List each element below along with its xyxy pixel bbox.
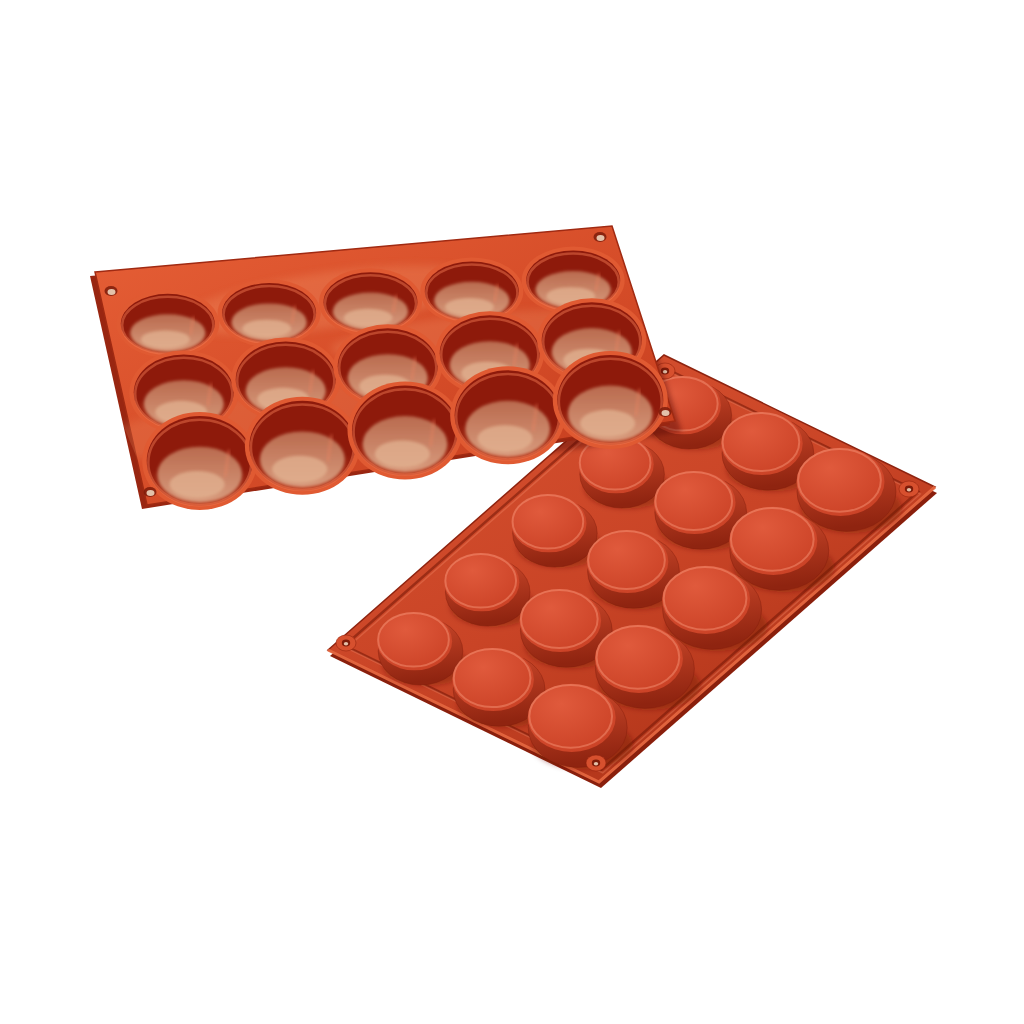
cavity-floor-glow — [375, 440, 430, 467]
hole-center — [147, 490, 155, 496]
tart-cavity-r0-c1 — [218, 279, 321, 347]
tart-cavity-r2-c3 — [450, 366, 565, 464]
hole-center — [108, 289, 116, 295]
tart-cavity-r0-c2 — [319, 268, 422, 336]
tart-cavity-r2-c1 — [245, 397, 360, 495]
hole-center — [594, 762, 598, 766]
cavity-floor-glow — [141, 330, 190, 348]
tart-cavity-r0-c0 — [116, 290, 219, 358]
tart-cavity-r2-c0 — [142, 412, 257, 510]
cavity-floor-glow — [272, 456, 327, 483]
corner-hole — [336, 635, 356, 651]
cavity-floor-glow — [170, 471, 225, 498]
molds-photo-svg — [0, 0, 1024, 1024]
cavity-floor-glow — [580, 410, 635, 437]
hole-center — [597, 235, 605, 241]
product-photo — [0, 0, 1024, 1024]
hole-center — [662, 410, 670, 416]
hole-center — [663, 370, 667, 374]
cavity-floor-glow — [344, 309, 393, 327]
tart-cavity-r2-c2 — [348, 382, 463, 480]
corner-hole — [899, 481, 919, 497]
hole-center — [907, 488, 911, 492]
corner-hole — [105, 286, 118, 296]
corner-hole — [586, 755, 606, 771]
hole-center — [344, 642, 348, 646]
cavity-floor-glow — [477, 425, 532, 452]
corner-hole — [659, 407, 672, 417]
corner-hole — [144, 487, 157, 497]
mold-cup-bump-r2-c4 — [796, 448, 901, 533]
cavity-floor-glow — [242, 320, 291, 338]
tart-cavity-r2-c4 — [553, 351, 668, 449]
corner-hole — [594, 232, 607, 242]
